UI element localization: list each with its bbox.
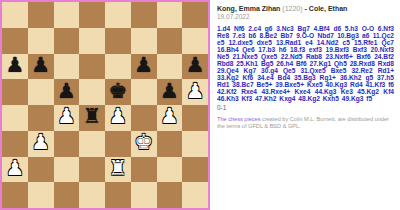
move-list: 1.d4 Nf6 2.c4 g6 3.Nc3 Bg7 4.Bf4 d6 5.h3… <box>217 25 394 102</box>
square-b2 <box>28 157 54 183</box>
black-rook-piece: ♜ <box>83 106 102 127</box>
white-pawn-piece: ♟ <box>57 106 76 127</box>
square-e4: ♟ <box>105 105 131 131</box>
square-a1 <box>2 182 28 208</box>
square-d7 <box>79 28 105 54</box>
game-date: 19.07.2022 <box>217 13 394 21</box>
square-g5: ♟ <box>157 79 183 105</box>
square-f6: ♟ <box>131 54 157 80</box>
square-c5: ♟ <box>54 79 80 105</box>
square-a6: ♟ <box>2 54 28 80</box>
square-f2 <box>131 157 157 183</box>
square-b5 <box>28 79 54 105</box>
square-h7 <box>182 28 208 54</box>
square-a2: ♟ <box>2 157 28 183</box>
black-pawn-piece: ♟ <box>31 55 50 76</box>
square-h8 <box>182 2 208 28</box>
square-f8 <box>131 2 157 28</box>
white-pawn-piece: ♟ <box>31 132 50 153</box>
square-d4: ♜ <box>79 105 105 131</box>
square-d5 <box>79 79 105 105</box>
square-d8 <box>79 2 105 28</box>
square-a3 <box>2 131 28 157</box>
square-b8 <box>28 2 54 28</box>
square-h4 <box>182 105 208 131</box>
square-f7 <box>131 28 157 54</box>
square-f1 <box>131 182 157 208</box>
chess-pieces-link[interactable]: The chess pieces <box>217 116 261 122</box>
players-header: Kong, Emma Zihan (1220) - Cole, Ethan <box>217 5 394 13</box>
square-e7 <box>105 28 131 54</box>
square-d1 <box>79 182 105 208</box>
square-a7 <box>2 28 28 54</box>
square-d6 <box>79 54 105 80</box>
square-h2 <box>182 157 208 183</box>
white-pawn-piece: ♟ <box>5 158 24 179</box>
square-e2: ♜ <box>105 157 131 183</box>
square-b4 <box>28 105 54 131</box>
square-g3 <box>157 131 183 157</box>
black-pawn-piece: ♟ <box>57 81 76 102</box>
square-e8 <box>105 2 131 28</box>
square-b3: ♟ <box>28 131 54 157</box>
license-note: The chess pieces created by Colin M.L. B… <box>217 116 394 129</box>
black-player-name: Cole, Ethan <box>309 5 348 12</box>
square-c1 <box>54 182 80 208</box>
square-a8 <box>2 2 28 28</box>
black-king-piece: ♚ <box>108 81 127 102</box>
square-f5 <box>131 79 157 105</box>
square-c3 <box>54 131 80 157</box>
square-d2 <box>79 157 105 183</box>
game-report: ♟♟♟♟♟♚♟♟♟♜♟♟♟♚♟♜ Kong, Emma Zihan (1220)… <box>0 0 400 210</box>
square-e5: ♚ <box>105 79 131 105</box>
square-g2 <box>157 157 183 183</box>
square-c7 <box>54 28 80 54</box>
square-g8 <box>157 2 183 28</box>
white-king-piece: ♚ <box>134 132 153 153</box>
square-h6: ♟ <box>182 54 208 80</box>
chess-board-frame: ♟♟♟♟♟♚♟♟♟♜♟♟♟♚♟♜ <box>0 0 210 210</box>
square-c6 <box>54 54 80 80</box>
game-info-panel: Kong, Emma Zihan (1220) - Cole, Ethan 19… <box>210 0 400 210</box>
white-pawn-piece: ♟ <box>160 106 179 127</box>
black-pawn-piece: ♟ <box>160 81 179 102</box>
white-pawn-piece: ♟ <box>186 81 205 102</box>
square-h5: ♟ <box>182 79 208 105</box>
square-g7 <box>157 28 183 54</box>
square-b6: ♟ <box>28 54 54 80</box>
square-c2 <box>54 157 80 183</box>
square-e3 <box>105 131 131 157</box>
white-pawn-piece: ♟ <box>108 106 127 127</box>
square-f4 <box>131 105 157 131</box>
square-a4 <box>2 105 28 131</box>
square-b7 <box>28 28 54 54</box>
white-rook-piece: ♜ <box>108 158 127 179</box>
black-pawn-piece: ♟ <box>134 55 153 76</box>
square-c4: ♟ <box>54 105 80 131</box>
square-d3 <box>79 131 105 157</box>
square-g6 <box>157 54 183 80</box>
square-b1 <box>28 182 54 208</box>
square-h1 <box>182 182 208 208</box>
square-e6 <box>105 54 131 80</box>
square-g4: ♟ <box>157 105 183 131</box>
black-pawn-piece: ♟ <box>5 55 24 76</box>
square-g1 <box>157 182 183 208</box>
chess-board: ♟♟♟♟♟♚♟♟♟♜♟♟♟♚♟♜ <box>2 2 208 208</box>
game-result: 0-1 <box>217 104 394 112</box>
square-e1 <box>105 182 131 208</box>
black-pawn-piece: ♟ <box>186 55 205 76</box>
square-c8 <box>54 2 80 28</box>
square-a5 <box>2 79 28 105</box>
square-f3: ♚ <box>131 131 157 157</box>
white-player-rating: (1220) <box>280 5 302 12</box>
white-player-name: Kong, Emma Zihan <box>217 5 280 12</box>
square-h3 <box>182 131 208 157</box>
